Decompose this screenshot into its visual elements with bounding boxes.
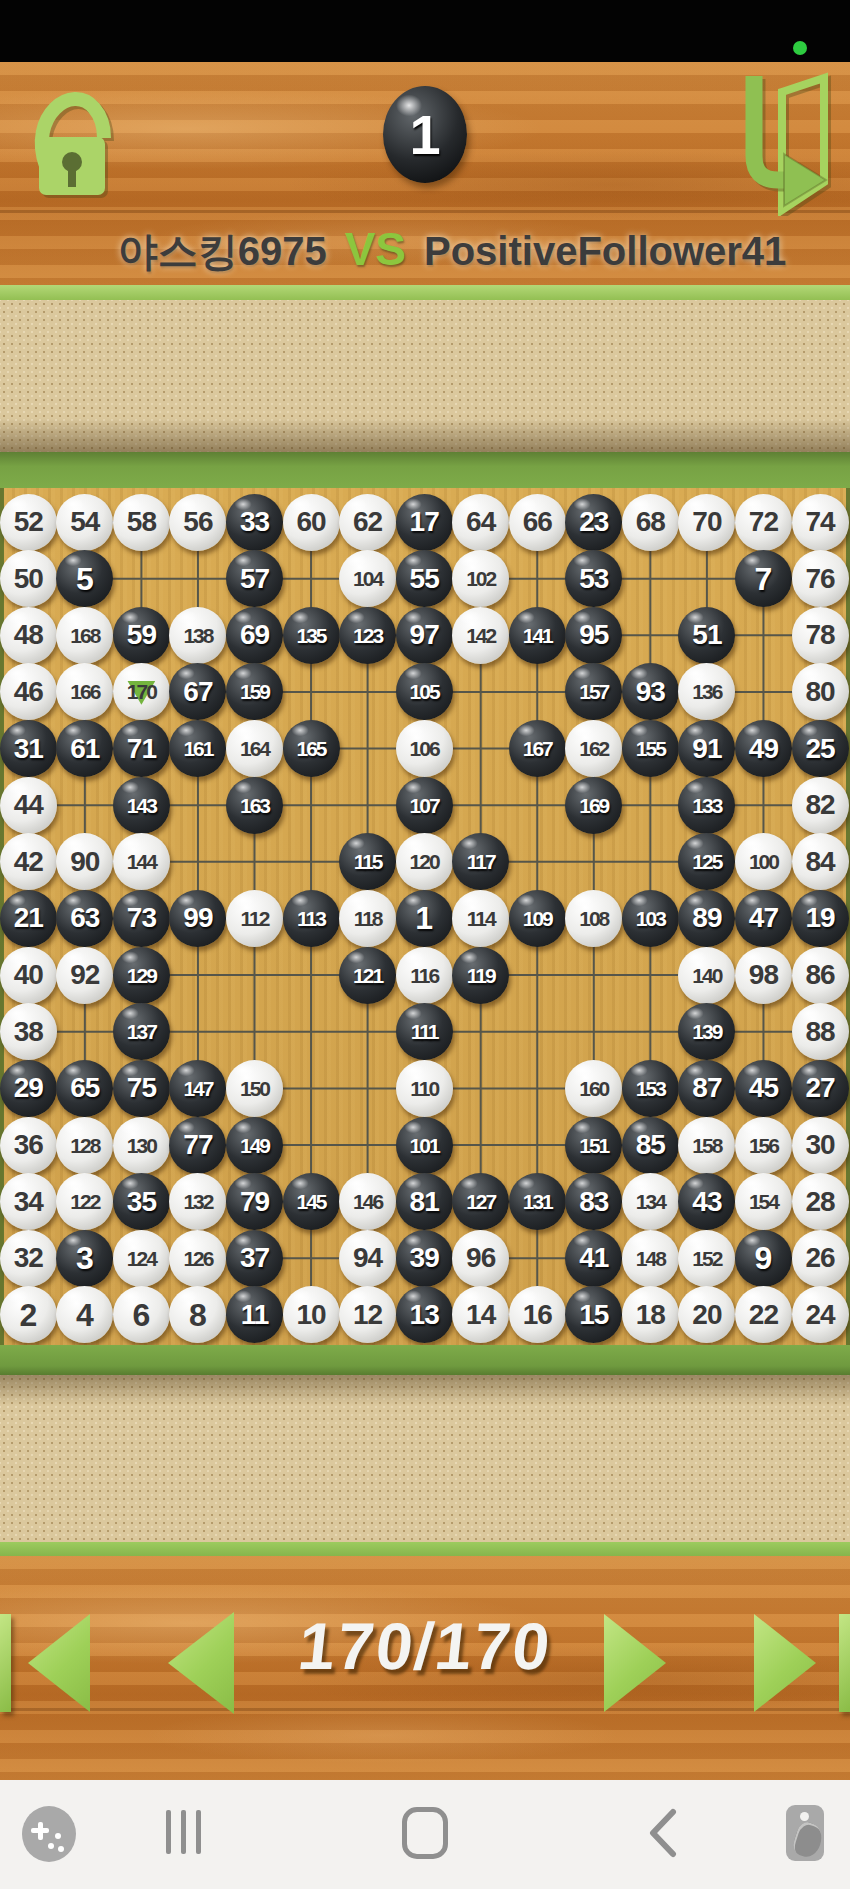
stone-white-54: 54 [56, 494, 113, 551]
stone-black-97: 97 [396, 607, 453, 664]
previous-move-button[interactable] [168, 1612, 234, 1714]
stone-white-34: 34 [0, 1173, 57, 1230]
stone-white-168: 168 [56, 607, 113, 664]
stone-black-61: 61 [56, 720, 113, 777]
stone-white-110: 110 [396, 1060, 453, 1117]
stone-white-142: 142 [452, 607, 509, 664]
stone-black-31: 31 [0, 720, 57, 777]
stone-black-123: 123 [339, 607, 396, 664]
stone-white-90: 90 [56, 833, 113, 890]
stone-white-80: 80 [792, 663, 849, 720]
stone-black-115: 115 [339, 833, 396, 890]
stone-black-11: 11 [226, 1286, 283, 1343]
stone-black-29: 29 [0, 1060, 57, 1117]
stone-white-150: 150 [226, 1060, 283, 1117]
stone-white-98: 98 [735, 947, 792, 1004]
stone-black-93: 93 [622, 663, 679, 720]
stone-black-155: 155 [622, 720, 679, 777]
stone-black-7: 7 [735, 550, 792, 607]
stone-white-24: 24 [792, 1286, 849, 1343]
stone-black-53: 53 [565, 550, 622, 607]
stone-black-37: 37 [226, 1230, 283, 1287]
stone-black-89: 89 [678, 890, 735, 947]
stone-black-107: 107 [396, 777, 453, 834]
stone-white-36: 36 [0, 1117, 57, 1174]
stone-white-160: 160 [565, 1060, 622, 1117]
stone-white-138: 138 [169, 607, 226, 664]
wood-seam [0, 1708, 850, 1711]
stone-white-26: 26 [792, 1230, 849, 1287]
stone-white-18: 18 [622, 1286, 679, 1343]
stone-white-156: 156 [735, 1117, 792, 1174]
stone-black-79: 79 [226, 1173, 283, 1230]
stone-white-170: 170 [113, 663, 170, 720]
move-badge-label: 1 [409, 102, 440, 167]
stone-white-2: 2 [0, 1286, 57, 1343]
move-counter: 170/170 [295, 1608, 556, 1684]
stone-black-121: 121 [339, 947, 396, 1004]
stone-white-134: 134 [622, 1173, 679, 1230]
stone-black-145: 145 [283, 1173, 340, 1230]
exit-replay-arrow-icon[interactable] [720, 70, 836, 216]
replay-nav-bar: 170/170 [0, 1556, 850, 1780]
stone-black-73: 73 [113, 890, 170, 947]
stone-white-8: 8 [169, 1286, 226, 1343]
stone-black-19: 19 [792, 890, 849, 947]
board-frame-top [0, 452, 850, 488]
stone-black-43: 43 [678, 1173, 735, 1230]
stone-white-96: 96 [452, 1230, 509, 1287]
stone-white-84: 84 [792, 833, 849, 890]
stone-white-130: 130 [113, 1117, 170, 1174]
stone-white-64: 64 [452, 494, 509, 551]
stone-black-169: 169 [565, 777, 622, 834]
stone-black-77: 77 [169, 1117, 226, 1174]
stone-white-112: 112 [226, 890, 283, 947]
stone-white-114: 114 [452, 890, 509, 947]
stone-black-81: 81 [396, 1173, 453, 1230]
stone-black-167: 167 [509, 720, 566, 777]
stone-white-32: 32 [0, 1230, 57, 1287]
recents-icon[interactable] [166, 1810, 201, 1854]
stone-white-46: 46 [0, 663, 57, 720]
stone-white-52: 52 [0, 494, 57, 551]
stone-black-151: 151 [565, 1117, 622, 1174]
stone-black-17: 17 [396, 494, 453, 551]
stone-black-87: 87 [678, 1060, 735, 1117]
stone-white-62: 62 [339, 494, 396, 551]
skip-to-end-button[interactable] [754, 1614, 816, 1712]
stone-black-91: 91 [678, 720, 735, 777]
stone-black-51: 51 [678, 607, 735, 664]
stone-white-158: 158 [678, 1117, 735, 1174]
stone-black-129: 129 [113, 947, 170, 1004]
stone-black-147: 147 [169, 1060, 226, 1117]
stone-black-67: 67 [169, 663, 226, 720]
move-number-badge[interactable]: 1 [383, 86, 467, 183]
stone-white-4: 4 [56, 1286, 113, 1343]
stone-white-42: 42 [0, 833, 57, 890]
stone-black-21: 21 [0, 890, 57, 947]
stone-black-71: 71 [113, 720, 170, 777]
camera-indicator-dot [793, 41, 807, 55]
stone-white-38: 38 [0, 1003, 57, 1060]
stone-black-41: 41 [565, 1230, 622, 1287]
skip-to-start-bar[interactable] [0, 1614, 11, 1712]
stone-black-133: 133 [678, 777, 735, 834]
stone-white-74: 74 [792, 494, 849, 551]
stone-black-163: 163 [226, 777, 283, 834]
board[interactable]: 5254585633606217646623687072745055710455… [0, 488, 850, 1345]
stone-black-105: 105 [396, 663, 453, 720]
stone-black-165: 165 [283, 720, 340, 777]
stone-white-56: 56 [169, 494, 226, 551]
status-bar [0, 0, 850, 62]
stone-white-124: 124 [113, 1230, 170, 1287]
stone-black-99: 99 [169, 890, 226, 947]
player-black-name: 야스킹6975 [118, 224, 327, 279]
stone-white-148: 148 [622, 1230, 679, 1287]
stone-white-58: 58 [113, 494, 170, 551]
stone-black-59: 59 [113, 607, 170, 664]
stone-black-119: 119 [452, 947, 509, 1004]
stone-white-106: 106 [396, 720, 453, 777]
stone-white-50: 50 [0, 550, 57, 607]
stone-black-125: 125 [678, 833, 735, 890]
game-launcher-icon[interactable] [22, 1806, 76, 1862]
stone-white-16: 16 [509, 1286, 566, 1343]
top-bar: 1 야스킹6975 VS PositiveFollower41 [0, 62, 850, 285]
stone-black-47: 47 [735, 890, 792, 947]
stone-black-45: 45 [735, 1060, 792, 1117]
system-nav-bar [0, 1780, 850, 1889]
beige-band-bottom [0, 1375, 850, 1542]
stone-white-44: 44 [0, 777, 57, 834]
stone-black-75: 75 [113, 1060, 170, 1117]
stone-white-122: 122 [56, 1173, 113, 1230]
stone-black-101: 101 [396, 1117, 453, 1174]
stone-white-132: 132 [169, 1173, 226, 1230]
stone-black-39: 39 [396, 1230, 453, 1287]
board-frame-bottom [0, 1345, 850, 1375]
home-icon[interactable] [402, 1807, 448, 1859]
stone-black-23: 23 [565, 494, 622, 551]
stone-white-146: 146 [339, 1173, 396, 1230]
stone-black-153: 153 [622, 1060, 679, 1117]
open-padlock-icon[interactable] [16, 74, 124, 202]
board-stones: 5254585633606217646623687072745055710455… [0, 488, 850, 1345]
stone-white-128: 128 [56, 1117, 113, 1174]
stone-white-102: 102 [452, 550, 509, 607]
stone-white-164: 164 [226, 720, 283, 777]
stone-black-69: 69 [226, 607, 283, 664]
stone-black-9: 9 [735, 1230, 792, 1287]
stone-white-40: 40 [0, 947, 57, 1004]
stone-black-49: 49 [735, 720, 792, 777]
stone-white-60: 60 [283, 494, 340, 551]
stone-black-137: 137 [113, 1003, 170, 1060]
stone-black-65: 65 [56, 1060, 113, 1117]
player-white-name: PositiveFollower41 [424, 229, 786, 274]
stone-white-140: 140 [678, 947, 735, 1004]
stone-black-141: 141 [509, 607, 566, 664]
stone-white-12: 12 [339, 1286, 396, 1343]
stone-black-33: 33 [226, 494, 283, 551]
stone-black-113: 113 [283, 890, 340, 947]
beige-band-top [0, 300, 850, 452]
stone-black-149: 149 [226, 1117, 283, 1174]
stone-black-143: 143 [113, 777, 170, 834]
stone-white-92: 92 [56, 947, 113, 1004]
next-move-button[interactable] [604, 1614, 666, 1712]
stone-white-154: 154 [735, 1173, 792, 1230]
stone-black-127: 127 [452, 1173, 509, 1230]
stone-white-30: 30 [792, 1117, 849, 1174]
stone-white-88: 88 [792, 1003, 849, 1060]
stone-white-28: 28 [792, 1173, 849, 1230]
stone-white-86: 86 [792, 947, 849, 1004]
stone-white-108: 108 [565, 890, 622, 947]
stone-black-117: 117 [452, 833, 509, 890]
stone-white-100: 100 [735, 833, 792, 890]
stone-white-116: 116 [396, 947, 453, 1004]
stone-black-109: 109 [509, 890, 566, 947]
stone-white-136: 136 [678, 663, 735, 720]
stone-black-55: 55 [396, 550, 453, 607]
stone-white-76: 76 [792, 550, 849, 607]
stone-black-57: 57 [226, 550, 283, 607]
stone-black-83: 83 [565, 1173, 622, 1230]
skip-to-start-button[interactable] [28, 1614, 90, 1712]
stone-white-70: 70 [678, 494, 735, 551]
app-screen: 1 야스킹6975 VS PositiveFollower41 52545856… [0, 0, 850, 1889]
stone-white-68: 68 [622, 494, 679, 551]
stone-black-161: 161 [169, 720, 226, 777]
stone-white-48: 48 [0, 607, 57, 664]
stone-white-94: 94 [339, 1230, 396, 1287]
stone-white-20: 20 [678, 1286, 735, 1343]
stone-black-95: 95 [565, 607, 622, 664]
stone-white-66: 66 [509, 494, 566, 551]
stone-black-85: 85 [622, 1117, 679, 1174]
green-strip-bottom [0, 1542, 850, 1556]
stone-white-78: 78 [792, 607, 849, 664]
stone-white-22: 22 [735, 1286, 792, 1343]
stone-white-118: 118 [339, 890, 396, 947]
stone-white-14: 14 [452, 1286, 509, 1343]
stone-black-103: 103 [622, 890, 679, 947]
stone-black-139: 139 [678, 1003, 735, 1060]
stone-black-13: 13 [396, 1286, 453, 1343]
stone-black-25: 25 [792, 720, 849, 777]
stone-white-152: 152 [678, 1230, 735, 1287]
stone-white-120: 120 [396, 833, 453, 890]
stone-white-6: 6 [113, 1286, 170, 1343]
touch-protection-icon[interactable] [786, 1805, 824, 1861]
stone-black-15: 15 [565, 1286, 622, 1343]
stone-white-72: 72 [735, 494, 792, 551]
stone-white-162: 162 [565, 720, 622, 777]
stone-black-63: 63 [56, 890, 113, 947]
stone-black-111: 111 [396, 1003, 453, 1060]
stone-white-166: 166 [56, 663, 113, 720]
skip-to-end-bar[interactable] [839, 1614, 850, 1712]
stone-white-10: 10 [283, 1286, 340, 1343]
stone-black-1: 1 [396, 890, 453, 947]
stone-white-82: 82 [792, 777, 849, 834]
players-row: 야스킹6975 VS PositiveFollower41 [0, 222, 850, 279]
back-icon[interactable] [645, 1808, 679, 1858]
stone-black-135: 135 [283, 607, 340, 664]
stone-black-35: 35 [113, 1173, 170, 1230]
stone-white-104: 104 [339, 550, 396, 607]
stone-black-3: 3 [56, 1230, 113, 1287]
stone-black-159: 159 [226, 663, 283, 720]
vs-label: VS [345, 222, 406, 276]
stone-black-5: 5 [56, 550, 113, 607]
green-strip-top [0, 285, 850, 300]
stone-black-157: 157 [565, 663, 622, 720]
stone-black-131: 131 [509, 1173, 566, 1230]
stone-white-126: 126 [169, 1230, 226, 1287]
stone-white-144: 144 [113, 833, 170, 890]
stone-black-27: 27 [792, 1060, 849, 1117]
